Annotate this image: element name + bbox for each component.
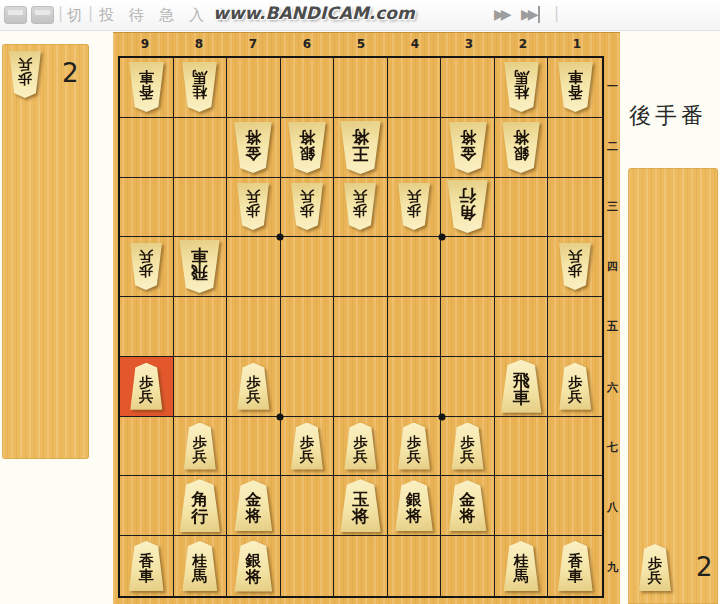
piece-pawn-sente[interactable]: 歩兵: [129, 363, 163, 410]
file-label: 2: [496, 34, 550, 55]
board-cell-2六[interactable]: 飛車: [495, 357, 549, 417]
sente-komadai: 歩兵 2: [628, 168, 718, 604]
board-cell-2八[interactable]: [495, 476, 549, 536]
piece-pawn-sente[interactable]: 歩兵: [397, 423, 431, 470]
piece-bishop-gote[interactable]: 角行: [446, 180, 489, 233]
toolbar-separator: |: [88, 4, 93, 22]
board-cell-7一[interactable]: [227, 58, 281, 118]
board-cell-7五[interactable]: [227, 297, 281, 357]
rank-label: 八: [605, 478, 620, 538]
board-cell-6九[interactable]: [281, 536, 335, 596]
file-labels: 987654321: [118, 34, 604, 55]
piece-silver-gote[interactable]: 銀将: [501, 122, 541, 173]
piece-silver-sente[interactable]: 銀将: [233, 541, 273, 592]
skip-to-end-icon[interactable]: ▶▶: [521, 6, 540, 23]
board-cell-8八[interactable]: 角行: [174, 476, 228, 536]
board-cell-1五[interactable]: [548, 297, 602, 357]
board-cell-9四[interactable]: 歩兵: [120, 237, 174, 297]
board-cell-4三[interactable]: 歩兵: [388, 178, 442, 238]
board-cell-8三[interactable]: [174, 178, 228, 238]
rank-label: 一: [605, 56, 620, 116]
board-cell-1八[interactable]: [548, 476, 602, 536]
star-point: [439, 234, 446, 241]
board-cell-4四[interactable]: [388, 237, 442, 297]
board-cell-9七[interactable]: [120, 417, 174, 477]
board-cell-9六[interactable]: 歩兵: [120, 357, 174, 417]
board-cell-2七[interactable]: [495, 417, 549, 477]
board-cell-1七[interactable]: [548, 417, 602, 477]
board-cell-1九[interactable]: 香車: [548, 536, 602, 596]
board-cell-7四[interactable]: [227, 237, 281, 297]
board-cell-1四[interactable]: 歩兵: [548, 237, 602, 297]
board-cell-7七[interactable]: [227, 417, 281, 477]
file-label: 3: [442, 34, 496, 55]
board-cell-6四[interactable]: [281, 237, 335, 297]
piece-pawn-gote[interactable]: 歩兵: [129, 243, 163, 290]
piece-pawn-sente[interactable]: 歩兵: [343, 423, 377, 470]
board-cell-4二[interactable]: [388, 118, 442, 178]
board-cell-2五[interactable]: [495, 297, 549, 357]
star-point: [277, 414, 284, 421]
board-cell-5三[interactable]: 歩兵: [334, 178, 388, 238]
piece-pawn-gote[interactable]: 歩兵: [397, 183, 431, 230]
piece-silver-gote[interactable]: 銀将: [287, 122, 327, 173]
board-cell-6六[interactable]: [281, 357, 335, 417]
board-cell-4五[interactable]: [388, 297, 442, 357]
menu-item-kyuu[interactable]: 急: [159, 6, 174, 24]
board-cell-4七[interactable]: 歩兵: [388, 417, 442, 477]
board-cell-7六[interactable]: 歩兵: [227, 357, 281, 417]
board-cell-3六[interactable]: [441, 357, 495, 417]
file-label: 8: [172, 34, 226, 55]
piece-rook-sente[interactable]: 飛車: [500, 360, 543, 413]
board-cell-9五[interactable]: [120, 297, 174, 357]
rank-label: 二: [605, 116, 620, 176]
board-cell-5八[interactable]: 玉将: [334, 476, 388, 536]
toolbar: | 切 | 投 待 急 入 中 www.BANDICAM.com ▶▶ ▶▶ |: [0, 0, 720, 31]
piece-king-sente[interactable]: 玉将: [339, 479, 382, 532]
board-cell-6一[interactable]: [281, 58, 335, 118]
sente-captured-pawn[interactable]: 歩兵: [638, 544, 672, 591]
toolbar-separator: |: [554, 4, 559, 22]
board-cell-2一[interactable]: 桂馬: [495, 58, 549, 118]
board-cell-5四[interactable]: [334, 237, 388, 297]
board-cell-8七[interactable]: 歩兵: [174, 417, 228, 477]
board-cell-3五[interactable]: [441, 297, 495, 357]
rank-label: 三: [605, 176, 620, 236]
piece-pawn-gote[interactable]: 歩兵: [8, 51, 42, 98]
board-cell-3七[interactable]: 歩兵: [441, 417, 495, 477]
board-cell-3九[interactable]: [441, 536, 495, 596]
piece-king-gote[interactable]: 王将: [339, 121, 382, 174]
gote-captured-pawn[interactable]: 歩兵: [8, 51, 42, 98]
piece-pawn-sente[interactable]: 歩兵: [638, 544, 672, 591]
file-label: 9: [118, 34, 172, 55]
fast-forward-icon[interactable]: ▶▶: [494, 6, 508, 23]
piece-rook-gote[interactable]: 飛車: [178, 240, 221, 293]
board-cell-9一[interactable]: 香車: [120, 58, 174, 118]
piece-knight-gote[interactable]: 桂馬: [503, 62, 540, 112]
board-cell-7九[interactable]: 銀将: [227, 536, 281, 596]
file-label: 4: [388, 34, 442, 55]
board-cell-3四[interactable]: [441, 237, 495, 297]
star-point: [277, 234, 284, 241]
gote-komadai: 歩兵 2: [2, 44, 89, 459]
shogi-board: 987654321 一二三四五六七八九 香車桂馬桂馬香車金将銀将王将金将銀将歩兵…: [113, 32, 620, 604]
board-cell-5二[interactable]: 王将: [334, 118, 388, 178]
rank-label: 五: [605, 297, 620, 357]
piece-pawn-sente[interactable]: 歩兵: [183, 423, 217, 470]
board-cell-6二[interactable]: 銀将: [281, 118, 335, 178]
piece-pawn-gote[interactable]: 歩兵: [290, 183, 324, 230]
board-cell-2二[interactable]: 銀将: [495, 118, 549, 178]
board-cell-2九[interactable]: 桂馬: [495, 536, 549, 596]
print-icon[interactable]: [4, 6, 27, 24]
bandicam-watermark: www.BANDICAM.com: [213, 3, 415, 23]
piece-pawn-sente[interactable]: 歩兵: [451, 423, 485, 470]
piece-lance-gote[interactable]: 香車: [128, 62, 165, 112]
piece-knight-gote[interactable]: 桂馬: [181, 62, 218, 112]
shogi-app-window: | 切 | 投 待 急 入 中 www.BANDICAM.com ▶▶ ▶▶ |…: [0, 0, 720, 604]
menu-item-kiru[interactable]: 切: [67, 6, 82, 24]
board-grid: 香車桂馬桂馬香車金将銀将王将金将銀将歩兵歩兵歩兵歩兵角行歩兵飛車歩兵歩兵歩兵飛車…: [118, 56, 604, 598]
gote-captured-count: 2: [62, 58, 79, 88]
star-point: [439, 414, 446, 421]
board-cell-6五[interactable]: [281, 297, 335, 357]
piece-bishop-sente[interactable]: 角行: [178, 479, 221, 532]
piece-pawn-sente[interactable]: 歩兵: [236, 363, 270, 410]
board-cell-5六[interactable]: [334, 357, 388, 417]
board-cell-9二[interactable]: [120, 118, 174, 178]
menu-item-tou[interactable]: 投: [99, 6, 114, 24]
piece-lance-gote[interactable]: 香車: [557, 62, 594, 112]
board-cell-4八[interactable]: 銀将: [388, 476, 442, 536]
board-cell-8六[interactable]: [174, 357, 228, 417]
menu-item-machi[interactable]: 待: [129, 6, 144, 24]
piece-pawn-gote[interactable]: 歩兵: [558, 243, 592, 290]
file-label: 1: [550, 34, 604, 55]
board-cell-3二[interactable]: 金将: [441, 118, 495, 178]
board-cell-9八[interactable]: [120, 476, 174, 536]
board-cell-9九[interactable]: 香車: [120, 536, 174, 596]
sente-captured-count: 2: [696, 552, 713, 582]
piece-gold-sente[interactable]: 金将: [448, 480, 488, 531]
piece-silver-sente[interactable]: 銀将: [394, 480, 434, 531]
board-cell-8五[interactable]: [174, 297, 228, 357]
board-cell-5七[interactable]: 歩兵: [334, 417, 388, 477]
turn-indicator: 後手番: [629, 101, 707, 131]
board-cell-1一[interactable]: 香車: [548, 58, 602, 118]
file-label: 6: [280, 34, 334, 55]
board-cell-1二[interactable]: [548, 118, 602, 178]
piece-lance-sente[interactable]: 香車: [557, 541, 594, 591]
board-cell-5五[interactable]: [334, 297, 388, 357]
board-cell-6八[interactable]: [281, 476, 335, 536]
file-label: 7: [226, 34, 280, 55]
rank-label: 六: [605, 357, 620, 417]
board-cell-8二[interactable]: [174, 118, 228, 178]
file-label: 5: [334, 34, 388, 55]
piece-pawn-gote[interactable]: 歩兵: [343, 183, 377, 230]
board-cell-7三[interactable]: 歩兵: [227, 178, 281, 238]
board-cell-8一[interactable]: 桂馬: [174, 58, 228, 118]
piece-knight-sente[interactable]: 桂馬: [181, 541, 218, 591]
board-cell-5一[interactable]: [334, 58, 388, 118]
board-cell-3三[interactable]: 角行: [441, 178, 495, 238]
rank-label: 九: [605, 538, 620, 598]
toolbar-separator: |: [58, 4, 63, 22]
board-cell-9三[interactable]: [120, 178, 174, 238]
board-cell-5九[interactable]: [334, 536, 388, 596]
piece-lance-sente[interactable]: 香車: [128, 541, 165, 591]
board-cell-7二[interactable]: 金将: [227, 118, 281, 178]
board-cell-4六[interactable]: [388, 357, 442, 417]
board-cell-1三[interactable]: [548, 178, 602, 238]
board-cell-2四[interactable]: [495, 237, 549, 297]
board-cell-7八[interactable]: 金将: [227, 476, 281, 536]
piece-pawn-sente[interactable]: 歩兵: [290, 423, 324, 470]
save-icon[interactable]: [31, 6, 54, 24]
board-cell-4九[interactable]: [388, 536, 442, 596]
piece-gold-sente[interactable]: 金将: [233, 480, 273, 531]
menu-item-iri[interactable]: 入: [189, 6, 204, 24]
board-cell-3一[interactable]: [441, 58, 495, 118]
board-cell-4一[interactable]: [388, 58, 442, 118]
piece-pawn-sente[interactable]: 歩兵: [558, 363, 592, 410]
piece-gold-gote[interactable]: 金将: [233, 122, 273, 173]
board-cell-8四[interactable]: 飛車: [174, 237, 228, 297]
piece-gold-gote[interactable]: 金将: [448, 122, 488, 173]
rank-label: 四: [605, 237, 620, 297]
piece-pawn-gote[interactable]: 歩兵: [236, 183, 270, 230]
board-cell-6三[interactable]: 歩兵: [281, 178, 335, 238]
piece-knight-sente[interactable]: 桂馬: [503, 541, 540, 591]
rank-labels: 一二三四五六七八九: [605, 56, 620, 598]
board-cell-2三[interactable]: [495, 178, 549, 238]
board-cell-3八[interactable]: 金将: [441, 476, 495, 536]
board-cell-1六[interactable]: 歩兵: [548, 357, 602, 417]
board-cell-8九[interactable]: 桂馬: [174, 536, 228, 596]
rank-label: 七: [605, 417, 620, 477]
board-cell-6七[interactable]: 歩兵: [281, 417, 335, 477]
